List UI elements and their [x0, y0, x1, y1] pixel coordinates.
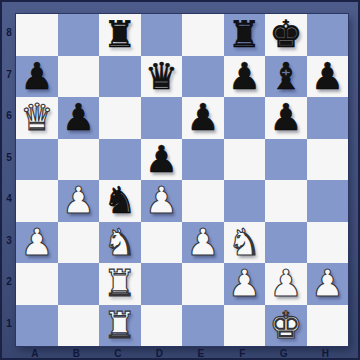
- rank-label-8: 8: [2, 12, 16, 54]
- square-f8[interactable]: ♜: [224, 14, 266, 56]
- black-rook-f8[interactable]: ♜: [228, 16, 261, 53]
- rank-label-5: 5: [2, 137, 16, 179]
- square-a3[interactable]: ♟: [16, 222, 58, 264]
- square-h6[interactable]: [307, 97, 349, 139]
- white-pawn-f2[interactable]: ♟: [228, 265, 261, 302]
- square-h2[interactable]: ♟: [307, 263, 349, 305]
- square-g4[interactable]: [265, 180, 307, 222]
- file-label-f: F: [222, 347, 264, 360]
- square-b6[interactable]: ♟: [58, 97, 100, 139]
- square-d4[interactable]: ♟: [141, 180, 183, 222]
- black-pawn-f7[interactable]: ♟: [228, 58, 261, 95]
- square-f7[interactable]: ♟: [224, 56, 266, 98]
- white-pawn-g2[interactable]: ♟: [269, 265, 302, 302]
- square-h3[interactable]: [307, 222, 349, 264]
- square-e5[interactable]: [182, 139, 224, 181]
- file-label-b: B: [56, 347, 98, 360]
- square-b7[interactable]: [58, 56, 100, 98]
- square-b5[interactable]: [58, 139, 100, 181]
- black-pawn-g6[interactable]: ♟: [269, 99, 302, 136]
- square-f3[interactable]: ♞: [224, 222, 266, 264]
- square-f5[interactable]: [224, 139, 266, 181]
- square-a2[interactable]: [16, 263, 58, 305]
- rank-label-7: 7: [2, 54, 16, 96]
- black-pawn-a7[interactable]: ♟: [20, 58, 53, 95]
- square-h7[interactable]: ♟: [307, 56, 349, 98]
- square-e2[interactable]: [182, 263, 224, 305]
- square-b1[interactable]: [58, 305, 100, 347]
- black-pawn-h7[interactable]: ♟: [311, 58, 344, 95]
- square-d8[interactable]: [141, 14, 183, 56]
- square-b8[interactable]: [58, 14, 100, 56]
- black-rook-c8[interactable]: ♜: [103, 16, 136, 53]
- square-h4[interactable]: [307, 180, 349, 222]
- black-king-g8[interactable]: ♚: [269, 16, 302, 53]
- square-h5[interactable]: [307, 139, 349, 181]
- square-d1[interactable]: [141, 305, 183, 347]
- rank-label-2: 2: [2, 261, 16, 303]
- square-c5[interactable]: [99, 139, 141, 181]
- square-c7[interactable]: [99, 56, 141, 98]
- rank-label-4: 4: [2, 178, 16, 220]
- chessboard-frame: ♜♜♚♟♛♟♝♟♛♟♟♟♟♟♞♟♟♞♟♞♜♟♟♟♜♚ 87654321ABCDE…: [0, 0, 360, 360]
- square-b3[interactable]: [58, 222, 100, 264]
- square-a8[interactable]: [16, 14, 58, 56]
- square-c1[interactable]: ♜: [99, 305, 141, 347]
- square-d7[interactable]: ♛: [141, 56, 183, 98]
- square-e7[interactable]: [182, 56, 224, 98]
- square-g8[interactable]: ♚: [265, 14, 307, 56]
- square-e6[interactable]: ♟: [182, 97, 224, 139]
- black-bishop-g7[interactable]: ♝: [269, 58, 302, 95]
- square-f4[interactable]: [224, 180, 266, 222]
- square-g1[interactable]: ♚: [265, 305, 307, 347]
- square-a1[interactable]: [16, 305, 58, 347]
- square-c2[interactable]: ♜: [99, 263, 141, 305]
- white-pawn-b4[interactable]: ♟: [62, 182, 95, 219]
- rank-label-6: 6: [2, 95, 16, 137]
- square-c4[interactable]: ♞: [99, 180, 141, 222]
- white-pawn-a3[interactable]: ♟: [20, 224, 53, 261]
- file-label-h: H: [305, 347, 347, 360]
- square-e1[interactable]: [182, 305, 224, 347]
- square-a7[interactable]: ♟: [16, 56, 58, 98]
- square-a4[interactable]: [16, 180, 58, 222]
- file-label-d: D: [139, 347, 181, 360]
- white-pawn-e3[interactable]: ♟: [186, 224, 219, 261]
- rank-label-3: 3: [2, 220, 16, 262]
- black-queen-d7[interactable]: ♛: [145, 58, 178, 95]
- file-label-c: C: [97, 347, 139, 360]
- square-h8[interactable]: [307, 14, 349, 56]
- white-king-g1[interactable]: ♚: [269, 307, 302, 344]
- square-f2[interactable]: ♟: [224, 263, 266, 305]
- square-d6[interactable]: [141, 97, 183, 139]
- square-a6[interactable]: ♛: [16, 97, 58, 139]
- black-knight-c4[interactable]: ♞: [103, 182, 136, 219]
- white-pawn-h2[interactable]: ♟: [311, 265, 344, 302]
- file-label-e: E: [180, 347, 222, 360]
- square-c8[interactable]: ♜: [99, 14, 141, 56]
- black-pawn-d5[interactable]: ♟: [145, 141, 178, 178]
- white-rook-c2[interactable]: ♜: [103, 265, 136, 302]
- rank-label-1: 1: [2, 303, 16, 345]
- square-g3[interactable]: [265, 222, 307, 264]
- chess-board: ♜♜♚♟♛♟♝♟♛♟♟♟♟♟♞♟♟♞♟♞♜♟♟♟♜♚: [16, 14, 348, 346]
- square-g5[interactable]: [265, 139, 307, 181]
- square-b4[interactable]: ♟: [58, 180, 100, 222]
- white-knight-f3[interactable]: ♞: [228, 224, 261, 261]
- square-f1[interactable]: [224, 305, 266, 347]
- square-d2[interactable]: [141, 263, 183, 305]
- square-b2[interactable]: [58, 263, 100, 305]
- square-e8[interactable]: [182, 14, 224, 56]
- black-pawn-e6[interactable]: ♟: [186, 99, 219, 136]
- square-f6[interactable]: [224, 97, 266, 139]
- white-pawn-d4[interactable]: ♟: [145, 182, 178, 219]
- square-d3[interactable]: [141, 222, 183, 264]
- file-label-a: A: [14, 347, 56, 360]
- white-queen-a6[interactable]: ♛: [20, 99, 53, 136]
- square-g2[interactable]: ♟: [265, 263, 307, 305]
- white-rook-c1[interactable]: ♜: [103, 307, 136, 344]
- square-a5[interactable]: [16, 139, 58, 181]
- white-knight-c3[interactable]: ♞: [103, 224, 136, 261]
- square-d5[interactable]: ♟: [141, 139, 183, 181]
- square-g7[interactable]: ♝: [265, 56, 307, 98]
- square-h1[interactable]: [307, 305, 349, 347]
- square-c3[interactable]: ♞: [99, 222, 141, 264]
- black-pawn-b6[interactable]: ♟: [62, 99, 95, 136]
- board-border: ♜♜♚♟♛♟♝♟♛♟♟♟♟♟♞♟♟♞♟♞♜♟♟♟♜♚ 87654321ABCDE…: [2, 2, 358, 358]
- file-label-g: G: [263, 347, 305, 360]
- square-g6[interactable]: ♟: [265, 97, 307, 139]
- square-c6[interactable]: [99, 97, 141, 139]
- square-e3[interactable]: ♟: [182, 222, 224, 264]
- square-e4[interactable]: [182, 180, 224, 222]
